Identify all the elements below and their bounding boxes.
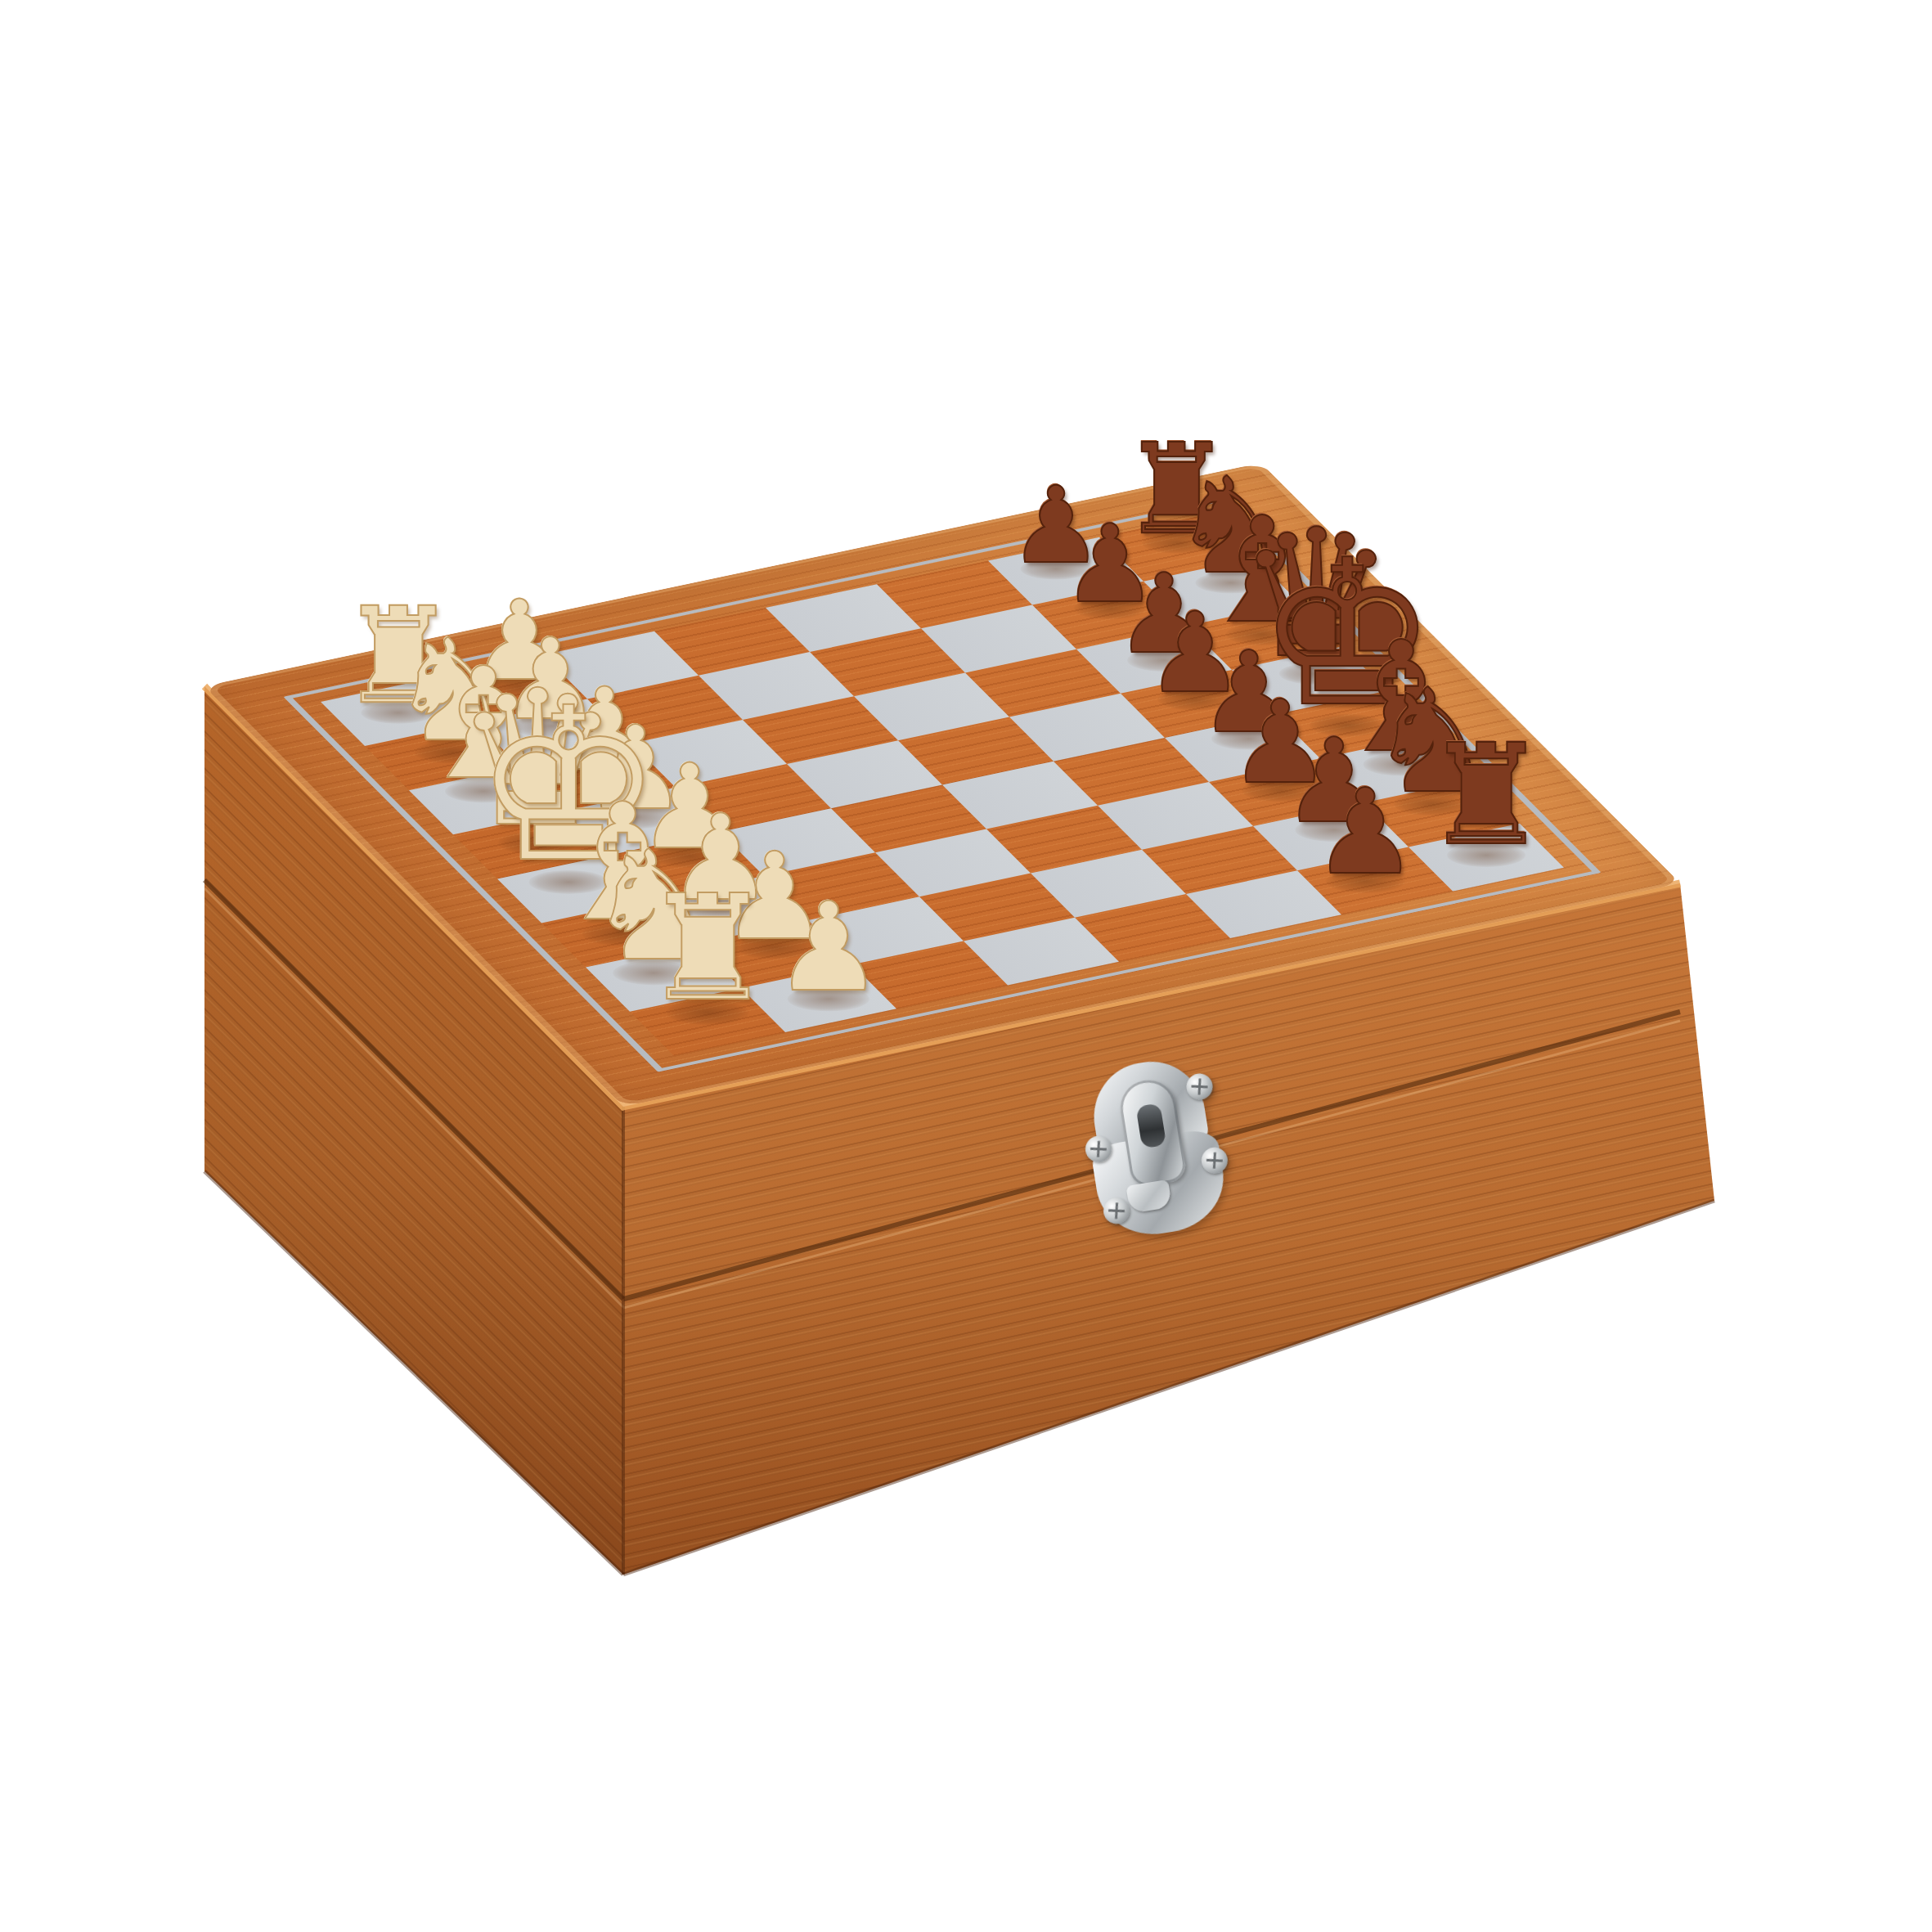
product-photo-stage: ♜♞♝♛♚♝♞♜♟♟♟♟♟♟♟♟♟♟♟♟♟♟♟♟♜♞♝♛♚♝♞♜	[0, 0, 1932, 1932]
piece-white-rook-h1[interactable]: ♜	[642, 876, 773, 1022]
piece-white-pawn-h2[interactable]: ♟	[774, 886, 883, 1009]
piece-black-rook-h8[interactable]: ♜	[1424, 726, 1548, 865]
latch-clasp	[1072, 1052, 1238, 1248]
piece-black-pawn-h7[interactable]: ♟	[1312, 773, 1418, 891]
latch-hasp-hole	[1135, 1103, 1166, 1148]
